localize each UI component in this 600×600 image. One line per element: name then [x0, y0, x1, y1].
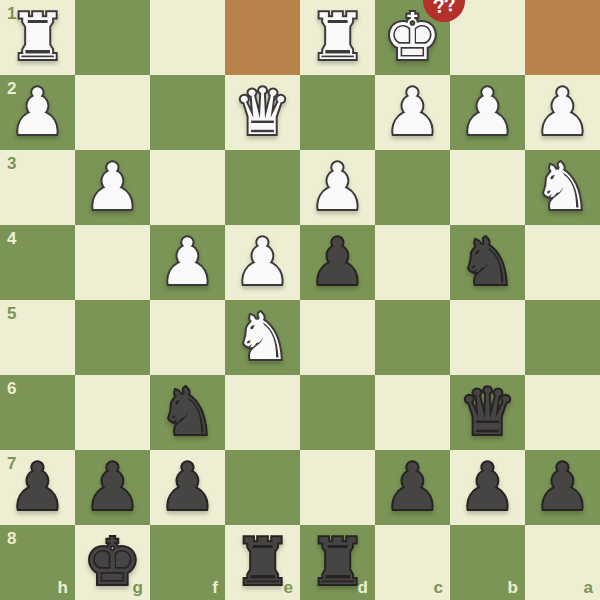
white-pawn-a2[interactable]: ♟: [525, 75, 600, 150]
white-pawn-e4[interactable]: ♟: [225, 225, 300, 300]
square-g5[interactable]: [75, 300, 150, 375]
square-c5[interactable]: [375, 300, 450, 375]
white-queen-e2[interactable]: ♛: [225, 75, 300, 150]
square-b7[interactable]: ♟: [450, 450, 525, 525]
square-c3[interactable]: [375, 150, 450, 225]
square-b8[interactable]: b: [450, 525, 525, 600]
square-d1[interactable]: ♜: [300, 0, 375, 75]
white-knight-e5[interactable]: ♞: [225, 300, 300, 375]
square-h4[interactable]: 4: [0, 225, 75, 300]
rank-label-6: 6: [7, 379, 16, 399]
black-pawn-c7[interactable]: ♟: [375, 450, 450, 525]
black-rook-e8[interactable]: ♜: [225, 525, 300, 600]
square-b5[interactable]: [450, 300, 525, 375]
square-h1[interactable]: 1♜: [0, 0, 75, 75]
file-label-h: h: [58, 578, 68, 598]
blunder-badge-symbol: ??: [431, 0, 456, 18]
square-h5[interactable]: 5: [0, 300, 75, 375]
square-d6[interactable]: [300, 375, 375, 450]
square-c4[interactable]: [375, 225, 450, 300]
black-pawn-b7[interactable]: ♟: [450, 450, 525, 525]
square-e6[interactable]: [225, 375, 300, 450]
square-c7[interactable]: ♟: [375, 450, 450, 525]
square-a2[interactable]: ♟: [525, 75, 600, 150]
square-e5[interactable]: ♞: [225, 300, 300, 375]
black-pawn-d4[interactable]: ♟: [300, 225, 375, 300]
square-a7[interactable]: ♟: [525, 450, 600, 525]
square-g4[interactable]: [75, 225, 150, 300]
black-pawn-a7[interactable]: ♟: [525, 450, 600, 525]
square-f1[interactable]: [150, 0, 225, 75]
file-label-f: f: [212, 578, 218, 598]
square-h2[interactable]: 2♟: [0, 75, 75, 150]
rank-label-4: 4: [7, 229, 16, 249]
square-a1[interactable]: [525, 0, 600, 75]
black-knight-f6[interactable]: ♞: [150, 375, 225, 450]
rank-label-5: 5: [7, 304, 16, 324]
square-g1[interactable]: [75, 0, 150, 75]
square-g6[interactable]: [75, 375, 150, 450]
file-label-c: c: [434, 578, 443, 598]
square-e1[interactable]: [225, 0, 300, 75]
square-b6[interactable]: ♛: [450, 375, 525, 450]
white-pawn-c2[interactable]: ♟: [375, 75, 450, 150]
white-rook-h1[interactable]: ♜: [0, 0, 75, 75]
white-knight-a3[interactable]: ♞: [525, 150, 600, 225]
chess-board: 1♜♜♚2♟♛♟♟♟3♟♟♞4♟♟♟♞5♞6♞♛7♟♟♟♟♟♟8hg♚fe♜d♜…: [0, 0, 600, 600]
white-rook-d1[interactable]: ♜: [300, 0, 375, 75]
square-c2[interactable]: ♟: [375, 75, 450, 150]
square-a8[interactable]: a: [525, 525, 600, 600]
square-d7[interactable]: [300, 450, 375, 525]
black-knight-b4[interactable]: ♞: [450, 225, 525, 300]
square-f3[interactable]: [150, 150, 225, 225]
square-c6[interactable]: [375, 375, 450, 450]
square-a3[interactable]: ♞: [525, 150, 600, 225]
rank-label-8: 8: [7, 529, 16, 549]
square-g2[interactable]: [75, 75, 150, 150]
square-e7[interactable]: [225, 450, 300, 525]
square-h3[interactable]: 3: [0, 150, 75, 225]
rank-label-3: 3: [7, 154, 16, 174]
square-b4[interactable]: ♞: [450, 225, 525, 300]
square-f8[interactable]: f: [150, 525, 225, 600]
square-e4[interactable]: ♟: [225, 225, 300, 300]
square-e2[interactable]: ♛: [225, 75, 300, 150]
square-f4[interactable]: ♟: [150, 225, 225, 300]
square-d3[interactable]: ♟: [300, 150, 375, 225]
white-pawn-h2[interactable]: ♟: [0, 75, 75, 150]
square-f5[interactable]: [150, 300, 225, 375]
square-d8[interactable]: d♜: [300, 525, 375, 600]
file-label-b: b: [508, 578, 518, 598]
square-h8[interactable]: 8h: [0, 525, 75, 600]
square-e8[interactable]: e♜: [225, 525, 300, 600]
square-d4[interactable]: ♟: [300, 225, 375, 300]
square-h7[interactable]: 7♟: [0, 450, 75, 525]
square-g8[interactable]: g♚: [75, 525, 150, 600]
square-d5[interactable]: [300, 300, 375, 375]
square-f2[interactable]: [150, 75, 225, 150]
square-h6[interactable]: 6: [0, 375, 75, 450]
square-f7[interactable]: ♟: [150, 450, 225, 525]
square-a5[interactable]: [525, 300, 600, 375]
black-queen-b6[interactable]: ♛: [450, 375, 525, 450]
white-pawn-b2[interactable]: ♟: [450, 75, 525, 150]
square-f6[interactable]: ♞: [150, 375, 225, 450]
black-pawn-f7[interactable]: ♟: [150, 450, 225, 525]
square-b2[interactable]: ♟: [450, 75, 525, 150]
black-pawn-g7[interactable]: ♟: [75, 450, 150, 525]
square-d2[interactable]: [300, 75, 375, 150]
black-pawn-h7[interactable]: ♟: [0, 450, 75, 525]
square-g7[interactable]: ♟: [75, 450, 150, 525]
white-pawn-f4[interactable]: ♟: [150, 225, 225, 300]
square-g3[interactable]: ♟: [75, 150, 150, 225]
square-a6[interactable]: [525, 375, 600, 450]
square-c8[interactable]: c: [375, 525, 450, 600]
file-label-a: a: [584, 578, 593, 598]
white-pawn-g3[interactable]: ♟: [75, 150, 150, 225]
black-rook-d8[interactable]: ♜: [300, 525, 375, 600]
white-pawn-d3[interactable]: ♟: [300, 150, 375, 225]
square-b3[interactable]: [450, 150, 525, 225]
black-king-g8[interactable]: ♚: [75, 525, 150, 600]
square-e3[interactable]: [225, 150, 300, 225]
square-a4[interactable]: [525, 225, 600, 300]
